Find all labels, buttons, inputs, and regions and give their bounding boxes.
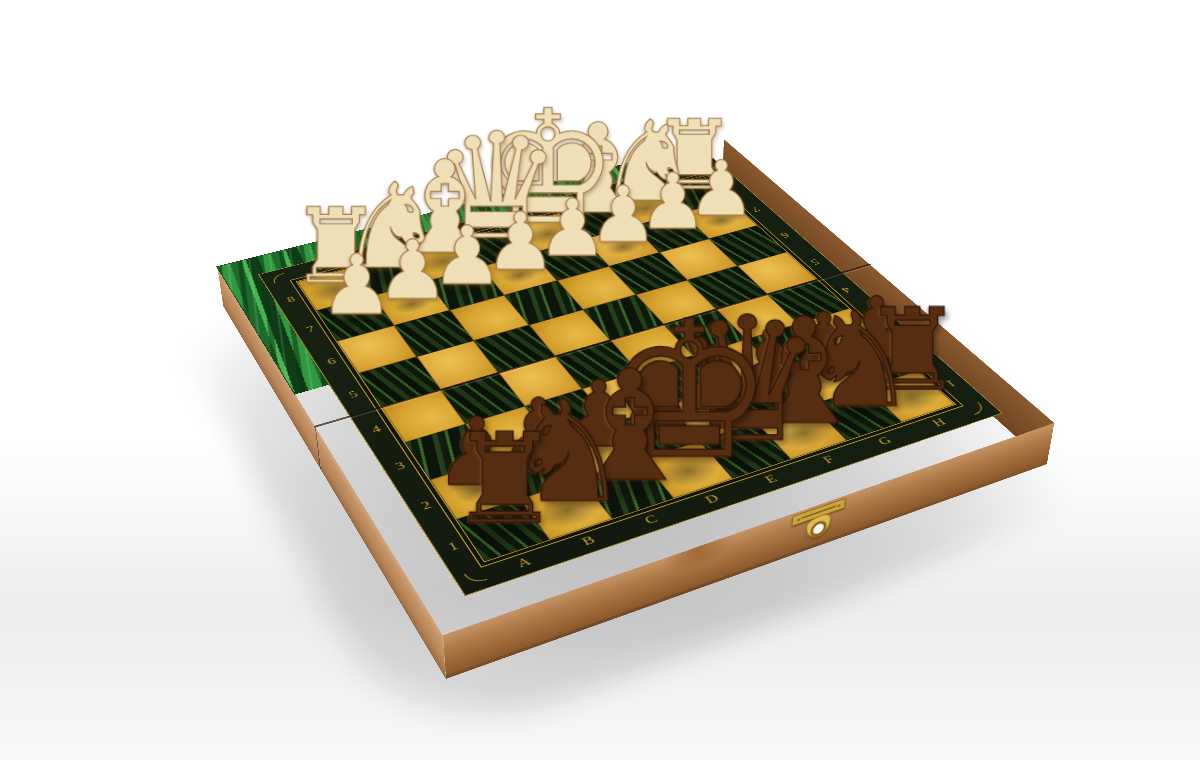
corner-flourish	[270, 273, 288, 283]
photo-stage: ABCDEFGH ABCDEFGH 87654321 87654321 ♜♞♝♛…	[0, 0, 1200, 760]
corner-flourish	[965, 402, 987, 415]
piece-white-pawn-a7[interactable]: ♟	[319, 244, 393, 327]
chess-box: ABCDEFGH ABCDEFGH 87654321 87654321 ♜♞♝♛…	[217, 139, 1054, 635]
corner-flourish	[464, 569, 487, 585]
scene: ABCDEFGH ABCDEFGH 87654321 87654321 ♜♞♝♛…	[0, 0, 1200, 760]
piece-dark-rook-a1[interactable]: ♜	[448, 417, 560, 541]
